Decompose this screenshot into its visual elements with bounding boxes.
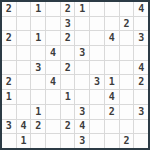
grid-cell-empty[interactable]	[2, 46, 16, 60]
grid-cell-clue[interactable]: 3	[134, 31, 148, 45]
grid-cell-clue[interactable]: 1	[31, 105, 45, 119]
grid-cell-empty[interactable]	[120, 46, 134, 60]
grid-cell-clue[interactable]: 1	[17, 134, 31, 148]
grid-cell-empty[interactable]	[90, 31, 104, 45]
grid-cell-empty[interactable]	[90, 2, 104, 16]
grid-cell-clue[interactable]: 1	[31, 2, 45, 16]
grid-cell-empty[interactable]	[46, 120, 60, 134]
grid-cell-clue[interactable]: 3	[134, 105, 148, 119]
grid-cell-empty[interactable]	[75, 75, 89, 89]
grid-cell-empty[interactable]	[17, 46, 31, 60]
grid-cell-empty[interactable]	[46, 134, 60, 148]
grid-cell-empty[interactable]	[46, 31, 60, 45]
grid-cell-clue[interactable]: 4	[17, 120, 31, 134]
grid-cell-empty[interactable]	[61, 75, 75, 89]
grid-cell-empty[interactable]	[17, 105, 31, 119]
grid-cell-empty[interactable]	[46, 61, 60, 75]
grid-cell-empty[interactable]	[31, 90, 45, 104]
grid-cell-empty[interactable]	[46, 105, 60, 119]
grid-cell-empty[interactable]	[61, 134, 75, 148]
grid-cell-empty[interactable]	[2, 105, 16, 119]
grid-cell-clue[interactable]: 1	[31, 31, 45, 45]
grid-cell-empty[interactable]	[46, 17, 60, 31]
grid-cell-empty[interactable]	[17, 61, 31, 75]
grid-cell-empty[interactable]	[120, 31, 134, 45]
grid-cell-empty[interactable]	[105, 46, 119, 60]
grid-cell-clue[interactable]: 2	[120, 17, 134, 31]
grid-cell-clue[interactable]: 1	[105, 75, 119, 89]
grid-cell-empty[interactable]	[120, 75, 134, 89]
grid-cell-empty[interactable]	[75, 90, 89, 104]
grid-cell-empty[interactable]	[31, 75, 45, 89]
grid-cell-clue[interactable]: 2	[105, 105, 119, 119]
grid-cell-empty[interactable]	[61, 46, 75, 60]
grid-cell-empty[interactable]	[134, 120, 148, 134]
grid-cell-clue[interactable]: 2	[61, 31, 75, 45]
grid-cell-empty[interactable]	[120, 61, 134, 75]
grid-cell-clue[interactable]: 2	[31, 120, 45, 134]
grid-cell-empty[interactable]	[90, 46, 104, 60]
grid-cell-clue[interactable]: 2	[120, 134, 134, 148]
puzzle-grid: 2121432212434332424312114132334224132	[0, 0, 150, 150]
grid-cell-clue[interactable]: 3	[75, 105, 89, 119]
grid-cell-clue[interactable]: 3	[75, 46, 89, 60]
grid-cell-empty[interactable]	[90, 61, 104, 75]
grid-cell-empty[interactable]	[31, 17, 45, 31]
grid-cell-empty[interactable]	[17, 17, 31, 31]
grid-cell-clue[interactable]: 1	[2, 90, 16, 104]
grid-cell-clue[interactable]: 2	[134, 75, 148, 89]
grid-cell-empty[interactable]	[120, 90, 134, 104]
grid-cell-empty[interactable]	[17, 90, 31, 104]
grid-cell-clue[interactable]: 2	[2, 31, 16, 45]
grid-cell-clue[interactable]: 4	[134, 61, 148, 75]
grid-cell-clue[interactable]: 2	[61, 2, 75, 16]
grid-cell-empty[interactable]	[2, 61, 16, 75]
grid-cell-empty[interactable]	[46, 2, 60, 16]
grid-cell-empty[interactable]	[105, 2, 119, 16]
grid-cell-empty[interactable]	[17, 31, 31, 45]
grid-cell-clue[interactable]: 2	[2, 2, 16, 16]
grid-cell-clue[interactable]: 2	[61, 120, 75, 134]
puzzle-board-container: 2121432212434332424312114132334224132	[0, 0, 150, 150]
grid-cell-empty[interactable]	[105, 61, 119, 75]
grid-cell-empty[interactable]	[31, 46, 45, 60]
grid-cell-empty[interactable]	[61, 105, 75, 119]
grid-cell-clue[interactable]: 4	[134, 2, 148, 16]
grid-cell-clue[interactable]: 3	[90, 75, 104, 89]
grid-cell-clue[interactable]: 1	[75, 2, 89, 16]
grid-cell-clue[interactable]: 1	[61, 90, 75, 104]
grid-cell-clue[interactable]: 3	[75, 134, 89, 148]
grid-cell-clue[interactable]: 3	[2, 120, 16, 134]
grid-cell-empty[interactable]	[134, 134, 148, 148]
grid-cell-empty[interactable]	[134, 90, 148, 104]
grid-cell-empty[interactable]	[134, 17, 148, 31]
grid-cell-clue[interactable]: 4	[105, 90, 119, 104]
grid-cell-clue[interactable]: 2	[61, 61, 75, 75]
grid-cell-clue[interactable]: 4	[75, 120, 89, 134]
grid-cell-empty[interactable]	[75, 61, 89, 75]
grid-cell-empty[interactable]	[75, 31, 89, 45]
grid-cell-empty[interactable]	[2, 134, 16, 148]
grid-cell-clue[interactable]: 3	[61, 17, 75, 31]
grid-cell-clue[interactable]: 2	[2, 75, 16, 89]
grid-cell-clue[interactable]: 4	[46, 75, 60, 89]
grid-cell-empty[interactable]	[17, 75, 31, 89]
grid-cell-empty[interactable]	[105, 120, 119, 134]
grid-cell-clue[interactable]: 3	[31, 61, 45, 75]
grid-cell-empty[interactable]	[90, 105, 104, 119]
grid-cell-empty[interactable]	[105, 134, 119, 148]
grid-cell-empty[interactable]	[90, 17, 104, 31]
grid-cell-empty[interactable]	[120, 105, 134, 119]
grid-cell-empty[interactable]	[105, 17, 119, 31]
grid-cell-empty[interactable]	[90, 120, 104, 134]
grid-cell-empty[interactable]	[46, 90, 60, 104]
grid-cell-empty[interactable]	[120, 2, 134, 16]
grid-cell-empty[interactable]	[120, 120, 134, 134]
grid-cell-empty[interactable]	[17, 2, 31, 16]
grid-cell-empty[interactable]	[134, 46, 148, 60]
grid-cell-empty[interactable]	[2, 17, 16, 31]
grid-cell-empty[interactable]	[31, 134, 45, 148]
grid-cell-clue[interactable]: 4	[46, 46, 60, 60]
grid-cell-empty[interactable]	[90, 134, 104, 148]
grid-cell-empty[interactable]	[90, 90, 104, 104]
grid-cell-clue[interactable]: 4	[105, 31, 119, 45]
grid-cell-empty[interactable]	[75, 17, 89, 31]
